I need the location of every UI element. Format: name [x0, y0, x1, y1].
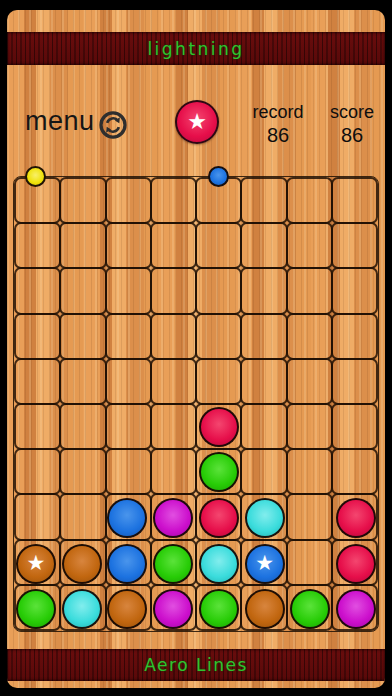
restart-refresh-icon[interactable] [99, 111, 127, 139]
board-cell[interactable] [240, 222, 287, 269]
preview-ball-blue[interactable] [208, 166, 229, 187]
board-cell[interactable] [150, 358, 197, 405]
board-cell[interactable] [286, 222, 333, 269]
board-cell[interactable] [286, 448, 333, 495]
board-cell[interactable] [286, 358, 333, 405]
board-cell[interactable] [286, 177, 333, 224]
score-label: score [312, 102, 385, 123]
board-cell[interactable] [105, 222, 152, 269]
board-cell[interactable] [59, 222, 106, 269]
board-cell[interactable] [331, 222, 378, 269]
board-cell[interactable] [286, 539, 333, 586]
score-value: 86 [312, 123, 385, 148]
star-icon: ★ [255, 553, 274, 574]
record-label: record [238, 102, 318, 123]
menu-button[interactable]: menu [25, 106, 95, 137]
board-cell[interactable] [105, 403, 152, 450]
board-cell[interactable] [195, 222, 242, 269]
score-stat: score 86 [312, 102, 385, 148]
star-icon: ★ [187, 111, 207, 133]
record-stat: record 86 [238, 102, 318, 148]
board-cell[interactable] [14, 313, 61, 360]
ball-cyan[interactable] [199, 544, 239, 584]
ball-red[interactable] [336, 498, 376, 538]
board-cell[interactable] [59, 448, 106, 495]
board-cell[interactable] [105, 448, 152, 495]
board-cell[interactable] [240, 448, 287, 495]
ball-magenta[interactable] [153, 498, 193, 538]
board-cell[interactable] [195, 313, 242, 360]
ball-orange[interactable]: ★ [16, 544, 56, 584]
ball-red[interactable] [199, 498, 239, 538]
star-ball-button[interactable]: ★ [175, 100, 219, 144]
preview-ball-yellow[interactable] [25, 166, 46, 187]
ball-blue[interactable]: ★ [245, 544, 285, 584]
board-cell[interactable] [240, 267, 287, 314]
board-cell[interactable] [150, 177, 197, 224]
board-cell[interactable] [59, 403, 106, 450]
board-cell[interactable] [286, 313, 333, 360]
ball-green[interactable] [153, 544, 193, 584]
board-cell[interactable] [195, 358, 242, 405]
ball-orange[interactable] [245, 589, 285, 629]
ball-blue[interactable] [107, 544, 147, 584]
board-cell[interactable] [240, 313, 287, 360]
board-cell[interactable] [150, 222, 197, 269]
board-cell[interactable] [105, 313, 152, 360]
board-cell[interactable] [14, 493, 61, 540]
ball-orange[interactable] [62, 544, 102, 584]
board-cell[interactable] [331, 177, 378, 224]
board-cell[interactable] [14, 222, 61, 269]
ball-red[interactable] [199, 407, 239, 447]
board-cell[interactable] [240, 358, 287, 405]
board-cell[interactable] [59, 313, 106, 360]
ball-green[interactable] [199, 589, 239, 629]
board-cell[interactable] [331, 358, 378, 405]
board-cell[interactable] [150, 448, 197, 495]
ball-green[interactable] [199, 452, 239, 492]
app-screen: lightning menu ★ record 86 score 86 ★★ A… [7, 10, 385, 688]
board-cell[interactable] [150, 313, 197, 360]
board-cell[interactable] [105, 358, 152, 405]
board-cell[interactable] [331, 313, 378, 360]
board-cell[interactable] [240, 177, 287, 224]
board-cell[interactable] [286, 403, 333, 450]
board-cell[interactable] [331, 267, 378, 314]
record-value: 86 [238, 123, 318, 148]
board-cell[interactable] [105, 177, 152, 224]
star-icon: ★ [26, 553, 45, 574]
game-board: ★★ [13, 176, 379, 632]
app-title-bar: Aero Lines [7, 649, 385, 681]
board-cell[interactable] [286, 493, 333, 540]
ball-cyan[interactable] [62, 589, 102, 629]
mode-title: lightning [147, 39, 244, 59]
board-cell[interactable] [59, 358, 106, 405]
ball-red[interactable] [336, 544, 376, 584]
ball-green[interactable] [16, 589, 56, 629]
board-cell[interactable] [59, 267, 106, 314]
board-cell[interactable] [59, 177, 106, 224]
board-cell[interactable] [286, 267, 333, 314]
board-cell[interactable] [150, 403, 197, 450]
board-cell[interactable] [195, 267, 242, 314]
board-cell[interactable] [59, 493, 106, 540]
app-title: Aero Lines [144, 655, 248, 675]
board-cell[interactable] [14, 403, 61, 450]
board-cell[interactable] [14, 358, 61, 405]
mode-title-bar: lightning [7, 32, 385, 65]
board-cell[interactable] [331, 403, 378, 450]
board-cell[interactable] [331, 448, 378, 495]
board-cell[interactable] [14, 448, 61, 495]
ball-cyan[interactable] [245, 498, 285, 538]
board-cell[interactable] [150, 267, 197, 314]
board-cell[interactable] [240, 403, 287, 450]
board-cell[interactable] [105, 267, 152, 314]
board-cell[interactable] [14, 267, 61, 314]
